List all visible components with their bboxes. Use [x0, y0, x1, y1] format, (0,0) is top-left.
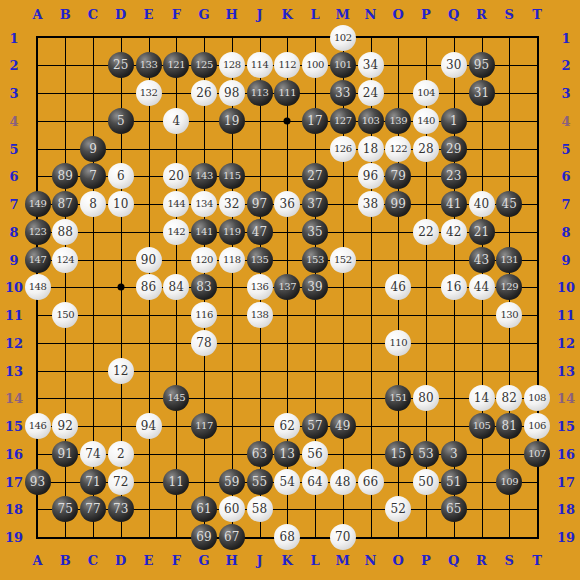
coord-label-right-8: 8 — [561, 225, 570, 238]
stone-black-13[interactable]: 13 — [274, 441, 300, 467]
stone-black-47[interactable]: 47 — [247, 219, 273, 245]
stone-black-45[interactable]: 45 — [496, 191, 522, 217]
stone-white-44[interactable]: 44 — [469, 274, 495, 300]
stone-black-41[interactable]: 41 — [441, 191, 467, 217]
coord-label-right-16: 16 — [557, 447, 575, 460]
coord-label-bottom-J: J — [256, 554, 262, 567]
stone-white-130[interactable]: 130 — [496, 302, 522, 328]
stone-black-49[interactable]: 49 — [330, 413, 356, 439]
stone-white-72[interactable]: 72 — [108, 469, 134, 495]
stone-black-141[interactable]: 141 — [191, 219, 217, 245]
stone-black-37[interactable]: 37 — [302, 191, 328, 217]
coord-label-left-8: 8 — [9, 225, 18, 238]
stone-white-86[interactable]: 86 — [136, 274, 162, 300]
coord-label-left-7: 7 — [9, 198, 18, 211]
stone-black-81[interactable]: 81 — [496, 413, 522, 439]
stone-white-66[interactable]: 66 — [358, 469, 384, 495]
coord-label-bottom-T: T — [532, 554, 542, 567]
coord-label-top-G: G — [198, 8, 209, 21]
coord-label-top-J: J — [256, 8, 262, 21]
stone-white-98[interactable]: 98 — [219, 80, 245, 106]
stone-black-111[interactable]: 111 — [274, 80, 300, 106]
stone-white-18[interactable]: 18 — [358, 136, 384, 162]
coord-label-bottom-M: M — [336, 554, 350, 567]
stone-white-146[interactable]: 146 — [25, 413, 51, 439]
stone-black-105[interactable]: 105 — [469, 413, 495, 439]
stone-white-100[interactable]: 100 — [302, 52, 328, 78]
stone-black-145[interactable]: 145 — [163, 385, 189, 411]
coord-label-right-19: 19 — [557, 531, 575, 544]
coord-label-left-11: 11 — [5, 309, 23, 322]
stone-white-118[interactable]: 118 — [219, 247, 245, 273]
stone-white-74[interactable]: 74 — [80, 441, 106, 467]
stone-black-1[interactable]: 1 — [441, 108, 467, 134]
stone-black-109[interactable]: 109 — [496, 469, 522, 495]
stone-white-68[interactable]: 68 — [274, 524, 300, 550]
stone-white-6[interactable]: 6 — [108, 163, 134, 189]
coord-label-right-12: 12 — [557, 336, 575, 349]
stone-white-90[interactable]: 90 — [136, 247, 162, 273]
stone-black-147[interactable]: 147 — [25, 247, 51, 273]
coord-label-right-9: 9 — [561, 253, 570, 266]
coord-label-bottom-H: H — [226, 554, 238, 567]
stone-white-16[interactable]: 16 — [441, 274, 467, 300]
stone-white-88[interactable]: 88 — [52, 219, 78, 245]
coord-label-left-2: 2 — [9, 59, 18, 72]
stone-black-77[interactable]: 77 — [80, 496, 106, 522]
stone-black-79[interactable]: 79 — [385, 163, 411, 189]
stone-black-143[interactable]: 143 — [191, 163, 217, 189]
stone-white-36[interactable]: 36 — [274, 191, 300, 217]
stone-white-22[interactable]: 22 — [413, 219, 439, 245]
stone-black-83[interactable]: 83 — [191, 274, 217, 300]
stone-white-24[interactable]: 24 — [358, 80, 384, 106]
stone-white-82[interactable]: 82 — [496, 385, 522, 411]
grid-hline — [38, 315, 538, 316]
stone-black-73[interactable]: 73 — [108, 496, 134, 522]
coord-label-left-3: 3 — [9, 87, 18, 100]
stone-white-120[interactable]: 120 — [191, 247, 217, 273]
stone-black-137[interactable]: 137 — [274, 274, 300, 300]
stone-white-54[interactable]: 54 — [274, 469, 300, 495]
stone-black-25[interactable]: 25 — [108, 52, 134, 78]
stone-white-150[interactable]: 150 — [52, 302, 78, 328]
stone-black-3[interactable]: 3 — [441, 441, 467, 467]
stone-black-103[interactable]: 103 — [358, 108, 384, 134]
stone-white-46[interactable]: 46 — [385, 274, 411, 300]
stone-black-17[interactable]: 17 — [302, 108, 328, 134]
stone-black-63[interactable]: 63 — [247, 441, 273, 467]
stone-black-15[interactable]: 15 — [385, 441, 411, 467]
stone-black-65[interactable]: 65 — [441, 496, 467, 522]
stone-black-61[interactable]: 61 — [191, 496, 217, 522]
stone-black-7[interactable]: 7 — [80, 163, 106, 189]
go-board: AABBCCDDEEFFGGHHJJKKLLMMNNOOPPQQRRSSTT11… — [0, 0, 580, 580]
coord-label-left-5: 5 — [9, 142, 18, 155]
stone-black-19[interactable]: 19 — [219, 108, 245, 134]
stone-white-12[interactable]: 12 — [108, 358, 134, 384]
coord-label-top-R: R — [476, 8, 487, 21]
stone-white-104[interactable]: 104 — [413, 80, 439, 106]
stone-white-126[interactable]: 126 — [330, 136, 356, 162]
coord-label-right-1: 1 — [561, 31, 570, 44]
stone-black-89[interactable]: 89 — [52, 163, 78, 189]
coord-label-top-P: P — [421, 8, 431, 21]
coord-label-left-9: 9 — [9, 253, 18, 266]
stone-white-94[interactable]: 94 — [136, 413, 162, 439]
stone-black-35[interactable]: 35 — [302, 219, 328, 245]
stone-white-40[interactable]: 40 — [469, 191, 495, 217]
stone-white-142[interactable]: 142 — [163, 219, 189, 245]
stone-white-112[interactable]: 112 — [274, 52, 300, 78]
coord-label-top-C: C — [88, 8, 98, 21]
coord-label-top-Q: Q — [448, 8, 459, 21]
stone-white-114[interactable]: 114 — [247, 52, 273, 78]
stone-black-27[interactable]: 27 — [302, 163, 328, 189]
stone-white-124[interactable]: 124 — [52, 247, 78, 273]
stone-white-122[interactable]: 122 — [385, 136, 411, 162]
coord-label-bottom-C: C — [88, 554, 98, 567]
stone-white-38[interactable]: 38 — [358, 191, 384, 217]
coord-label-left-10: 10 — [5, 281, 23, 294]
stone-black-31[interactable]: 31 — [469, 80, 495, 106]
stone-black-51[interactable]: 51 — [441, 469, 467, 495]
stone-black-93[interactable]: 93 — [25, 469, 51, 495]
coord-label-bottom-R: R — [476, 554, 487, 567]
stone-black-153[interactable]: 153 — [302, 247, 328, 273]
coord-label-left-6: 6 — [9, 170, 18, 183]
coord-label-bottom-L: L — [310, 554, 319, 567]
coord-label-bottom-Q: Q — [448, 554, 459, 567]
stone-white-140[interactable]: 140 — [413, 108, 439, 134]
coord-label-right-6: 6 — [561, 170, 570, 183]
coord-label-top-A: A — [32, 8, 42, 21]
stone-white-96[interactable]: 96 — [358, 163, 384, 189]
coord-label-right-10: 10 — [557, 281, 575, 294]
coord-label-right-17: 17 — [557, 475, 575, 488]
stone-white-50[interactable]: 50 — [413, 469, 439, 495]
stone-black-127[interactable]: 127 — [330, 108, 356, 134]
stone-white-106[interactable]: 106 — [524, 413, 550, 439]
stone-black-53[interactable]: 53 — [413, 441, 439, 467]
stone-white-148[interactable]: 148 — [25, 274, 51, 300]
stone-white-92[interactable]: 92 — [52, 413, 78, 439]
stone-white-58[interactable]: 58 — [247, 496, 273, 522]
stone-white-144[interactable]: 144 — [163, 191, 189, 217]
coord-label-right-4: 4 — [561, 114, 570, 127]
coord-label-left-1: 1 — [9, 31, 18, 44]
stone-white-20[interactable]: 20 — [163, 163, 189, 189]
coord-label-bottom-F: F — [172, 554, 181, 567]
stone-black-107[interactable]: 107 — [524, 441, 550, 467]
coord-label-left-15: 15 — [5, 420, 23, 433]
stone-black-5[interactable]: 5 — [108, 108, 134, 134]
coord-label-bottom-N: N — [365, 554, 377, 567]
stone-black-139[interactable]: 139 — [385, 108, 411, 134]
coord-label-top-L: L — [310, 8, 319, 21]
stone-black-91[interactable]: 91 — [52, 441, 78, 467]
stone-black-97[interactable]: 97 — [247, 191, 273, 217]
coord-label-right-5: 5 — [561, 142, 570, 155]
coord-label-bottom-O: O — [393, 554, 404, 567]
coord-label-top-E: E — [144, 8, 154, 21]
coord-label-bottom-E: E — [144, 554, 154, 567]
stone-white-14[interactable]: 14 — [469, 385, 495, 411]
hoshi-K4 — [284, 117, 291, 124]
stone-black-101[interactable]: 101 — [330, 52, 356, 78]
coord-label-right-18: 18 — [557, 503, 575, 516]
stone-white-80[interactable]: 80 — [413, 385, 439, 411]
stone-black-21[interactable]: 21 — [469, 219, 495, 245]
stone-black-55[interactable]: 55 — [247, 469, 273, 495]
coord-label-bottom-A: A — [32, 554, 42, 567]
stone-white-56[interactable]: 56 — [302, 441, 328, 467]
stone-black-69[interactable]: 69 — [191, 524, 217, 550]
stone-white-102[interactable]: 102 — [330, 25, 356, 51]
stone-black-9[interactable]: 9 — [80, 136, 106, 162]
stone-white-62[interactable]: 62 — [274, 413, 300, 439]
coord-label-bottom-B: B — [60, 554, 71, 567]
stone-white-110[interactable]: 110 — [385, 330, 411, 356]
hoshi-D10 — [117, 284, 124, 291]
stone-white-152[interactable]: 152 — [330, 247, 356, 273]
coord-label-left-18: 18 — [5, 503, 23, 516]
coord-label-bottom-G: G — [198, 554, 209, 567]
coord-label-left-17: 17 — [5, 475, 23, 488]
stone-black-57[interactable]: 57 — [302, 413, 328, 439]
stone-black-11[interactable]: 11 — [163, 469, 189, 495]
stone-black-23[interactable]: 23 — [441, 163, 467, 189]
stone-white-108[interactable]: 108 — [524, 385, 550, 411]
coord-label-top-H: H — [226, 8, 238, 21]
stone-black-33[interactable]: 33 — [330, 80, 356, 106]
stone-white-136[interactable]: 136 — [247, 274, 273, 300]
stone-white-64[interactable]: 64 — [302, 469, 328, 495]
stone-black-121[interactable]: 121 — [163, 52, 189, 78]
coord-label-top-F: F — [172, 8, 181, 21]
stone-black-131[interactable]: 131 — [496, 247, 522, 273]
coord-label-top-K: K — [282, 8, 293, 21]
stone-black-125[interactable]: 125 — [191, 52, 217, 78]
stone-white-42[interactable]: 42 — [441, 219, 467, 245]
stone-white-116[interactable]: 116 — [191, 302, 217, 328]
coord-label-left-19: 19 — [5, 531, 23, 544]
stone-black-129[interactable]: 129 — [496, 274, 522, 300]
coord-label-top-B: B — [60, 8, 71, 21]
coord-label-left-4: 4 — [9, 114, 18, 127]
stone-black-99[interactable]: 99 — [385, 191, 411, 217]
stone-black-43[interactable]: 43 — [469, 247, 495, 273]
coord-label-left-13: 13 — [5, 364, 23, 377]
stone-white-2[interactable]: 2 — [108, 441, 134, 467]
stone-white-28[interactable]: 28 — [413, 136, 439, 162]
stone-white-30[interactable]: 30 — [441, 52, 467, 78]
stone-black-39[interactable]: 39 — [302, 274, 328, 300]
coord-label-right-14: 14 — [557, 392, 575, 405]
stone-black-133[interactable]: 133 — [136, 52, 162, 78]
stone-black-75[interactable]: 75 — [52, 496, 78, 522]
stone-black-95[interactable]: 95 — [469, 52, 495, 78]
stone-white-26[interactable]: 26 — [191, 80, 217, 106]
coord-label-top-M: M — [336, 8, 350, 21]
stone-black-119[interactable]: 119 — [219, 219, 245, 245]
coord-label-bottom-K: K — [282, 554, 293, 567]
stone-white-32[interactable]: 32 — [219, 191, 245, 217]
coord-label-top-S: S — [505, 8, 514, 21]
coord-label-top-O: O — [393, 8, 404, 21]
stone-black-123[interactable]: 123 — [25, 219, 51, 245]
coord-label-top-N: N — [365, 8, 377, 21]
stone-white-134[interactable]: 134 — [191, 191, 217, 217]
stone-black-117[interactable]: 117 — [191, 413, 217, 439]
coord-label-top-T: T — [532, 8, 542, 21]
coord-label-right-2: 2 — [561, 59, 570, 72]
stone-white-8[interactable]: 8 — [80, 191, 106, 217]
stone-black-59[interactable]: 59 — [219, 469, 245, 495]
coord-label-top-D: D — [115, 8, 126, 21]
coord-label-left-12: 12 — [5, 336, 23, 349]
stone-white-34[interactable]: 34 — [358, 52, 384, 78]
stone-white-60[interactable]: 60 — [219, 496, 245, 522]
stone-black-115[interactable]: 115 — [219, 163, 245, 189]
coord-label-right-3: 3 — [561, 87, 570, 100]
coord-label-right-13: 13 — [557, 364, 575, 377]
coord-label-bottom-S: S — [505, 554, 514, 567]
coord-label-right-15: 15 — [557, 420, 575, 433]
coord-label-bottom-D: D — [115, 554, 126, 567]
coord-label-bottom-P: P — [421, 554, 431, 567]
stone-white-78[interactable]: 78 — [191, 330, 217, 356]
stone-white-128[interactable]: 128 — [219, 52, 245, 78]
coord-label-right-7: 7 — [561, 198, 570, 211]
stone-black-113[interactable]: 113 — [247, 80, 273, 106]
stone-white-84[interactable]: 84 — [163, 274, 189, 300]
stone-white-132[interactable]: 132 — [136, 80, 162, 106]
stone-white-48[interactable]: 48 — [330, 469, 356, 495]
stone-white-4[interactable]: 4 — [163, 108, 189, 134]
stone-white-52[interactable]: 52 — [385, 496, 411, 522]
stone-white-70[interactable]: 70 — [330, 524, 356, 550]
grid-hline — [38, 343, 538, 344]
stone-black-87[interactable]: 87 — [52, 191, 78, 217]
coord-label-left-14: 14 — [5, 392, 23, 405]
stone-black-135[interactable]: 135 — [247, 247, 273, 273]
stone-black-29[interactable]: 29 — [441, 136, 467, 162]
stone-white-138[interactable]: 138 — [247, 302, 273, 328]
coord-label-right-11: 11 — [557, 309, 575, 322]
stone-black-151[interactable]: 151 — [385, 385, 411, 411]
stone-black-67[interactable]: 67 — [219, 524, 245, 550]
coord-label-left-16: 16 — [5, 447, 23, 460]
grid-hline — [38, 398, 538, 399]
stone-black-71[interactable]: 71 — [80, 469, 106, 495]
stone-white-10[interactable]: 10 — [108, 191, 134, 217]
stone-black-149[interactable]: 149 — [25, 191, 51, 217]
